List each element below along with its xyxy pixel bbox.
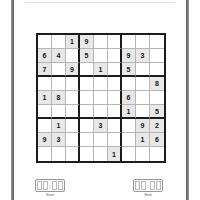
digit-slot: [37, 181, 42, 190]
sudoku-cell-r3c2[interactable]: [52, 63, 66, 77]
start-timer-box: :: [35, 179, 65, 192]
sudoku-cell-r5c2: 8: [52, 91, 66, 105]
sudoku-cell-r6c3[interactable]: [66, 105, 80, 119]
sudoku-cell-r1c3: 1: [66, 35, 80, 49]
end-timer-box: :: [133, 179, 163, 192]
sudoku-cell-r9c6: 1: [108, 147, 122, 161]
sudoku-cell-r2c2: 4: [52, 49, 66, 63]
sudoku-board: 19645937915818615139293161: [36, 33, 166, 163]
sudoku-cell-r3c4[interactable]: [80, 63, 94, 77]
sudoku-cell-r6c5[interactable]: [94, 105, 108, 119]
sudoku-cell-r3c5: 1: [94, 63, 108, 77]
sudoku-cell-r8c8: 1: [136, 133, 150, 147]
sudoku-cell-r7c3[interactable]: [66, 119, 80, 133]
sudoku-cell-r8c1: 9: [38, 133, 52, 147]
colon-separator: :: [49, 182, 51, 188]
sudoku-cell-r1c7[interactable]: [122, 35, 136, 49]
sudoku-cell-r9c1[interactable]: [38, 147, 52, 161]
sudoku-cell-r4c5[interactable]: [94, 77, 108, 91]
top-rule: [25, 2, 175, 3]
sudoku-cell-r3c1: 7: [38, 63, 52, 77]
sudoku-cell-r9c9[interactable]: [150, 147, 164, 161]
sudoku-cell-r1c2[interactable]: [52, 35, 66, 49]
digit-slot: [141, 181, 146, 190]
sudoku-cell-r4c1[interactable]: [38, 77, 52, 91]
sudoku-cell-r5c8[interactable]: [136, 91, 150, 105]
sudoku-cell-r5c6[interactable]: [108, 91, 122, 105]
sudoku-cell-r2c7: 9: [122, 49, 136, 63]
sudoku-cell-r7c6[interactable]: [108, 119, 122, 133]
sudoku-cell-r7c1[interactable]: [38, 119, 52, 133]
page-edge-left: [11, 0, 14, 200]
sudoku-cell-r1c4: 9: [80, 35, 94, 49]
sudoku-cell-r8c4[interactable]: [80, 133, 94, 147]
sudoku-cell-r3c6[interactable]: [108, 63, 122, 77]
sudoku-cell-r4c2[interactable]: [52, 77, 66, 91]
sudoku-cell-r8c3[interactable]: [66, 133, 80, 147]
colon-separator: :: [147, 182, 149, 188]
sudoku-cell-r4c7[interactable]: [122, 77, 136, 91]
sudoku-cell-r6c2[interactable]: [52, 105, 66, 119]
sudoku-cell-r6c6[interactable]: [108, 105, 122, 119]
digit-slot: [156, 181, 161, 190]
sudoku-cell-r9c4[interactable]: [80, 147, 94, 161]
sudoku-cell-r8c2: 3: [52, 133, 66, 147]
sudoku-cell-r1c6[interactable]: [108, 35, 122, 49]
sudoku-cell-r4c3[interactable]: [66, 77, 80, 91]
sudoku-cell-r9c2[interactable]: [52, 147, 66, 161]
sudoku-cell-r8c5[interactable]: [94, 133, 108, 147]
sudoku-cell-r1c9[interactable]: [150, 35, 164, 49]
sudoku-cell-r4c4[interactable]: [80, 77, 94, 91]
sudoku-cell-r8c9: 6: [150, 133, 164, 147]
sudoku-cell-r7c7[interactable]: [122, 119, 136, 133]
sudoku-cell-r2c4: 5: [80, 49, 94, 63]
sudoku-cell-r9c3[interactable]: [66, 147, 80, 161]
sudoku-cell-r8c6[interactable]: [108, 133, 122, 147]
start-timer: : Start: [35, 179, 65, 197]
sudoku-cell-r3c3: 9: [66, 63, 80, 77]
sudoku-cell-r7c5: 3: [94, 119, 108, 133]
sudoku-cell-r9c8[interactable]: [136, 147, 150, 161]
digit-slot: [150, 181, 155, 190]
sudoku-cell-r2c6[interactable]: [108, 49, 122, 63]
sudoku-cell-r3c9[interactable]: [150, 63, 164, 77]
page-edge-right: [186, 0, 189, 200]
sudoku-cell-r8c7[interactable]: [122, 133, 136, 147]
sudoku-cell-r5c9[interactable]: [150, 91, 164, 105]
sudoku-cell-r6c8[interactable]: [136, 105, 150, 119]
sudoku-cell-r5c3[interactable]: [66, 91, 80, 105]
sudoku-cell-r2c9[interactable]: [150, 49, 164, 63]
sudoku-cell-r2c1: 6: [38, 49, 52, 63]
digit-slot: [135, 181, 140, 190]
sudoku-cell-r2c3[interactable]: [66, 49, 80, 63]
sudoku-cell-r9c7[interactable]: [122, 147, 136, 161]
sudoku-cell-r4c6[interactable]: [108, 77, 122, 91]
sudoku-cell-r7c4[interactable]: [80, 119, 94, 133]
sudoku-cell-r2c8: 3: [136, 49, 150, 63]
digit-slot: [52, 181, 57, 190]
sudoku-cell-r7c2: 1: [52, 119, 66, 133]
sudoku-cell-r7c8: 9: [136, 119, 150, 133]
sudoku-cell-r9c5[interactable]: [94, 147, 108, 161]
sudoku-cell-r6c7: 1: [122, 105, 136, 119]
sudoku-cell-r2c5[interactable]: [94, 49, 108, 63]
sudoku-cell-r1c8[interactable]: [136, 35, 150, 49]
sudoku-cell-r7c9: 2: [150, 119, 164, 133]
sudoku-cell-r6c1[interactable]: [38, 105, 52, 119]
sudoku-cell-r1c1[interactable]: [38, 35, 52, 49]
sudoku-cell-r5c5[interactable]: [94, 91, 108, 105]
end-timer-label: End: [133, 193, 163, 197]
sudoku-cell-r3c8[interactable]: [136, 63, 150, 77]
sudoku-cell-r5c7: 6: [122, 91, 136, 105]
sudoku-cell-r4c9: 8: [150, 77, 164, 91]
sudoku-cell-r4c8[interactable]: [136, 77, 150, 91]
digit-slot: [43, 181, 48, 190]
start-timer-label: Start: [35, 193, 65, 197]
sudoku-cell-r5c4[interactable]: [80, 91, 94, 105]
sudoku-cell-r1c5[interactable]: [94, 35, 108, 49]
end-timer: : End: [133, 179, 163, 197]
digit-slot: [58, 181, 63, 190]
sudoku-cell-r5c1: 1: [38, 91, 52, 105]
sudoku-cell-r3c7: 5: [122, 63, 136, 77]
sudoku-cell-r6c9: 5: [150, 105, 164, 119]
sudoku-cell-r6c4[interactable]: [80, 105, 94, 119]
